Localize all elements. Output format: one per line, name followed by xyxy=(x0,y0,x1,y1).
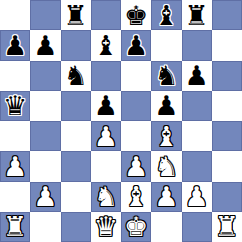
black-pawn: ♟ xyxy=(94,92,118,119)
square-h8[interactable] xyxy=(212,0,242,30)
square-f1[interactable] xyxy=(151,212,181,242)
square-a5[interactable]: ♛ xyxy=(0,91,30,121)
square-g8[interactable]: ♜ xyxy=(182,0,212,30)
square-c3[interactable] xyxy=(61,151,91,181)
black-knight: ♞ xyxy=(64,62,88,89)
black-bishop: ♝ xyxy=(94,32,118,59)
white-knight: ♞ xyxy=(94,183,118,210)
square-b6[interactable] xyxy=(30,61,60,91)
black-pawn: ♟ xyxy=(33,32,57,59)
white-pawn: ♟ xyxy=(124,153,148,180)
white-knight: ♞ xyxy=(154,153,178,180)
square-g1[interactable] xyxy=(182,212,212,242)
black-queen: ♛ xyxy=(3,92,27,119)
square-h6[interactable] xyxy=(212,61,242,91)
square-b4[interactable] xyxy=(30,121,60,151)
square-f8[interactable]: ♝ xyxy=(151,0,181,30)
square-g4[interactable] xyxy=(182,121,212,151)
square-b8[interactable] xyxy=(30,0,60,30)
white-bishop: ♝ xyxy=(124,183,148,210)
black-pawn: ♟ xyxy=(3,32,27,59)
square-f3[interactable]: ♞ xyxy=(151,151,181,181)
square-a8[interactable] xyxy=(0,0,30,30)
square-c2[interactable] xyxy=(61,182,91,212)
black-pawn: ♟ xyxy=(185,62,209,89)
white-rook: ♜ xyxy=(215,213,239,240)
white-pawn: ♟ xyxy=(3,153,27,180)
white-king: ♚ xyxy=(124,213,148,240)
square-f5[interactable]: ♟ xyxy=(151,91,181,121)
square-d6[interactable] xyxy=(91,61,121,91)
square-d8[interactable] xyxy=(91,0,121,30)
square-f2[interactable]: ♟ xyxy=(151,182,181,212)
square-e4[interactable] xyxy=(121,121,151,151)
square-c1[interactable] xyxy=(61,212,91,242)
black-rook: ♜ xyxy=(185,2,209,29)
square-f4[interactable]: ♝ xyxy=(151,121,181,151)
black-pawn: ♟ xyxy=(154,92,178,119)
black-pawn: ♟ xyxy=(124,32,148,59)
square-a4[interactable] xyxy=(0,121,30,151)
square-c4[interactable] xyxy=(61,121,91,151)
square-g6[interactable]: ♟ xyxy=(182,61,212,91)
square-a6[interactable] xyxy=(0,61,30,91)
white-pawn: ♟ xyxy=(33,183,57,210)
square-b5[interactable] xyxy=(30,91,60,121)
square-e7[interactable]: ♟ xyxy=(121,30,151,60)
white-bishop: ♝ xyxy=(154,123,178,150)
black-bishop: ♝ xyxy=(154,2,178,29)
square-g5[interactable] xyxy=(182,91,212,121)
square-d5[interactable]: ♟ xyxy=(91,91,121,121)
square-d1[interactable]: ♛ xyxy=(91,212,121,242)
white-queen: ♛ xyxy=(94,213,118,240)
square-e5[interactable] xyxy=(121,91,151,121)
square-h1[interactable]: ♜ xyxy=(212,212,242,242)
square-e3[interactable]: ♟ xyxy=(121,151,151,181)
white-pawn: ♟ xyxy=(154,183,178,210)
square-c5[interactable] xyxy=(61,91,91,121)
square-b3[interactable] xyxy=(30,151,60,181)
square-e8[interactable]: ♚ xyxy=(121,0,151,30)
black-king: ♚ xyxy=(124,2,148,29)
square-b1[interactable] xyxy=(30,212,60,242)
square-g2[interactable]: ♟ xyxy=(182,182,212,212)
square-d3[interactable] xyxy=(91,151,121,181)
square-h3[interactable] xyxy=(212,151,242,181)
square-a1[interactable]: ♜ xyxy=(0,212,30,242)
square-d2[interactable]: ♞ xyxy=(91,182,121,212)
square-e1[interactable]: ♚ xyxy=(121,212,151,242)
square-c6[interactable]: ♞ xyxy=(61,61,91,91)
white-rook: ♜ xyxy=(3,213,27,240)
square-a3[interactable]: ♟ xyxy=(0,151,30,181)
square-e2[interactable]: ♝ xyxy=(121,182,151,212)
square-f7[interactable] xyxy=(151,30,181,60)
black-rook: ♜ xyxy=(64,2,88,29)
square-c8[interactable]: ♜ xyxy=(61,0,91,30)
square-g3[interactable] xyxy=(182,151,212,181)
square-b2[interactable]: ♟ xyxy=(30,182,60,212)
white-pawn: ♟ xyxy=(185,183,209,210)
square-h7[interactable] xyxy=(212,30,242,60)
square-a7[interactable]: ♟ xyxy=(0,30,30,60)
square-h4[interactable] xyxy=(212,121,242,151)
square-d4[interactable]: ♟ xyxy=(91,121,121,151)
square-e6[interactable] xyxy=(121,61,151,91)
square-d7[interactable]: ♝ xyxy=(91,30,121,60)
square-a2[interactable] xyxy=(0,182,30,212)
white-pawn: ♟ xyxy=(94,123,118,150)
black-knight: ♞ xyxy=(154,62,178,89)
square-g7[interactable] xyxy=(182,30,212,60)
square-f6[interactable]: ♞ xyxy=(151,61,181,91)
square-h5[interactable] xyxy=(212,91,242,121)
square-b7[interactable]: ♟ xyxy=(30,30,60,60)
chess-board: ♜♚♝♜♟♟♝♟♞♞♟♛♟♟♟♝♟♟♞♟♞♝♟♟♜♛♚♜ xyxy=(0,0,242,242)
square-c7[interactable] xyxy=(61,30,91,60)
square-h2[interactable] xyxy=(212,182,242,212)
